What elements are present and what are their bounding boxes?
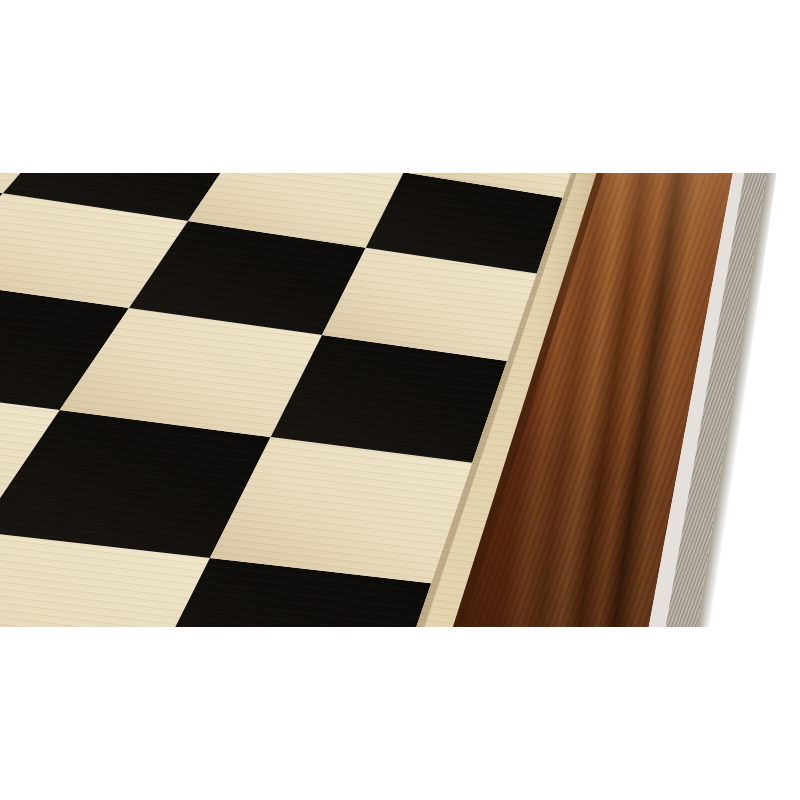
chessboard-photo-region <box>0 0 800 800</box>
chessboard-svg <box>0 0 800 800</box>
product-photo <box>0 0 800 800</box>
